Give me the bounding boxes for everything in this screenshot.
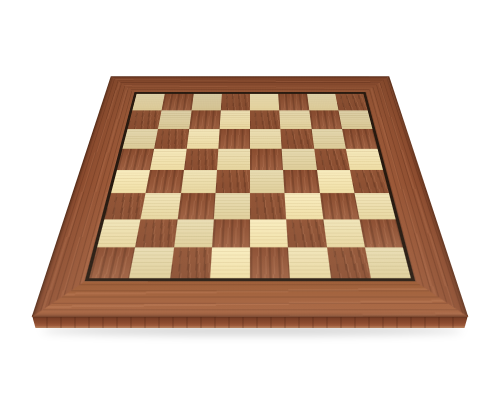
square-b5 bbox=[150, 149, 186, 170]
square-d6 bbox=[218, 129, 250, 149]
square-b1 bbox=[129, 247, 173, 278]
square-a4 bbox=[111, 170, 150, 193]
square-h7 bbox=[338, 111, 372, 129]
square-h6 bbox=[342, 129, 378, 149]
square-h1 bbox=[365, 247, 411, 278]
square-c2 bbox=[174, 219, 214, 247]
square-b4 bbox=[146, 170, 184, 193]
board-frame-bottom bbox=[32, 281, 469, 317]
square-c4 bbox=[180, 170, 216, 193]
square-a2 bbox=[97, 219, 141, 247]
square-b6 bbox=[154, 129, 188, 149]
square-f7 bbox=[279, 111, 311, 129]
square-g8 bbox=[307, 94, 339, 111]
square-h8 bbox=[335, 94, 368, 111]
square-d4 bbox=[215, 170, 250, 193]
square-e6 bbox=[250, 129, 282, 149]
square-a1 bbox=[89, 247, 135, 278]
square-c5 bbox=[184, 149, 219, 170]
board-frame-top bbox=[106, 76, 395, 92]
square-h4 bbox=[350, 170, 389, 193]
board-grid bbox=[89, 94, 411, 279]
square-f1 bbox=[288, 247, 330, 278]
square-e1 bbox=[250, 247, 290, 278]
square-c1 bbox=[170, 247, 212, 278]
square-f3 bbox=[285, 193, 323, 219]
square-g6 bbox=[311, 129, 345, 149]
product-photo-scene bbox=[0, 0, 500, 394]
square-f6 bbox=[281, 129, 314, 149]
square-b7 bbox=[158, 111, 191, 129]
square-b8 bbox=[162, 94, 194, 111]
square-e2 bbox=[250, 219, 288, 247]
square-f4 bbox=[283, 170, 319, 193]
square-g3 bbox=[320, 193, 360, 219]
square-g5 bbox=[314, 149, 350, 170]
square-e7 bbox=[250, 111, 281, 129]
square-d8 bbox=[221, 94, 250, 111]
square-a3 bbox=[104, 193, 145, 219]
square-e5 bbox=[250, 149, 283, 170]
square-c6 bbox=[186, 129, 219, 149]
square-f8 bbox=[278, 94, 309, 111]
board-playing-area bbox=[85, 92, 416, 281]
square-d5 bbox=[217, 149, 250, 170]
chess-board bbox=[32, 76, 469, 317]
square-c3 bbox=[177, 193, 215, 219]
square-a5 bbox=[117, 149, 154, 170]
square-d7 bbox=[219, 111, 250, 129]
square-c8 bbox=[191, 94, 222, 111]
square-h2 bbox=[359, 219, 403, 247]
square-a7 bbox=[128, 111, 162, 129]
square-e4 bbox=[250, 170, 285, 193]
square-a6 bbox=[123, 129, 159, 149]
square-a8 bbox=[132, 94, 165, 111]
square-g4 bbox=[317, 170, 355, 193]
square-g7 bbox=[309, 111, 342, 129]
square-f5 bbox=[282, 149, 317, 170]
square-b2 bbox=[135, 219, 177, 247]
square-d1 bbox=[210, 247, 250, 278]
square-g1 bbox=[326, 247, 370, 278]
square-h5 bbox=[346, 149, 383, 170]
square-b3 bbox=[141, 193, 181, 219]
square-e3 bbox=[250, 193, 286, 219]
square-d3 bbox=[214, 193, 250, 219]
square-d2 bbox=[212, 219, 250, 247]
square-g2 bbox=[323, 219, 365, 247]
square-f2 bbox=[286, 219, 326, 247]
square-c7 bbox=[189, 111, 221, 129]
square-h3 bbox=[354, 193, 395, 219]
square-e8 bbox=[250, 94, 279, 111]
